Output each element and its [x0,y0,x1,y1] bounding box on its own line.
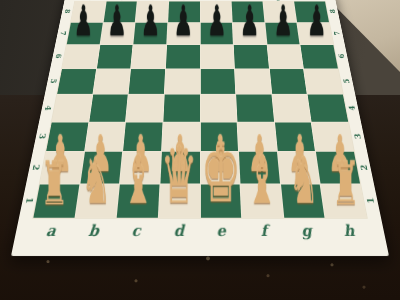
square-c1: ♝ [117,184,159,218]
square-d8: ♛ [168,1,200,21]
piece-white-pawn-d2: ♟ [168,130,192,178]
square-d7: ♟ [167,22,200,44]
rank-label-right-1: 1 [353,194,390,207]
rank-label-left-8: 8 [53,7,81,15]
rank-label-right-4: 4 [336,102,369,113]
rank-label-left-4: 4 [31,102,64,113]
file-label-d: d [157,224,200,239]
square-e4 [200,95,236,122]
square-b3 [85,122,125,151]
square-g1: ♞ [281,184,325,218]
square-e3 [200,122,238,151]
rank-label-left-1: 1 [10,194,47,207]
board-perspective-wrap: abcdefgh 87654321 ♜♞♝♛♚♝♞♜♟♟♟♟♟♟♟♟♟♟♟♟♟♟… [11,0,389,256]
board-grid: ♜♞♝♛♚♝♞♜♟♟♟♟♟♟♟♟♟♟♟♟♟♟♟♟♜♞♝♛♚♝♞♜ [32,1,368,219]
piece-black-knight-g8: ♞ [269,0,292,19]
square-f4 [236,95,274,122]
piece-black-knight-b8: ♞ [108,0,131,19]
square-d1: ♛ [159,184,200,218]
square-f3 [238,122,277,151]
piece-white-pawn-g2: ♟ [288,130,312,178]
square-e6 [200,45,234,68]
square-e5 [200,69,235,94]
square-d2: ♟ [160,152,199,183]
piece-black-bishop-c8: ♝ [140,0,164,19]
square-d6 [166,45,200,68]
square-f8: ♝ [232,1,265,21]
rank-label-right-8: 8 [319,7,347,15]
rank-label-left-6: 6 [43,52,73,61]
rank-label-right-7: 7 [323,29,352,38]
square-c5 [129,69,165,94]
square-c7: ♟ [134,22,168,44]
rank-label-left-3: 3 [25,131,59,142]
square-b7: ♟ [100,22,135,44]
square-c4 [126,95,164,122]
piece-white-pawn-f2: ♟ [248,130,272,178]
square-d5 [165,69,200,94]
square-e2: ♟ [200,152,239,183]
square-c6 [131,45,166,68]
file-label-b: b [71,224,115,239]
file-label-c: c [114,224,158,239]
rank-label-left-2: 2 [18,161,54,173]
rank-label-right-6: 6 [327,52,357,61]
square-f5 [235,69,271,94]
square-c8: ♝ [136,1,169,21]
rank-label-right-2: 2 [347,161,383,173]
rank-label-left-7: 7 [48,29,77,38]
rank-label-right-5: 5 [331,76,363,86]
square-g6 [267,45,303,68]
square-c3 [123,122,162,151]
file-label-f: f [242,224,286,239]
square-d3 [162,122,200,151]
piece-black-bishop-f8: ♝ [236,0,260,19]
chess-mat: abcdefgh 87654321 ♜♞♝♛♚♝♞♜♟♟♟♟♟♟♟♟♟♟♟♟♟♟… [11,0,389,256]
photo-scene: abcdefgh 87654321 ♜♞♝♛♚♝♞♜♟♟♟♟♟♟♟♟♟♟♟♟♟♟… [0,0,400,300]
square-f2: ♟ [239,152,280,183]
bottom-file-labels: abcdefgh [11,219,389,256]
piece-white-pawn-c2: ♟ [128,130,152,178]
file-label-a: a [28,224,73,239]
square-b6 [97,45,133,68]
rank-label-right-3: 3 [341,131,375,142]
square-f1: ♝ [241,184,283,218]
square-g4 [272,95,311,122]
square-d4 [163,95,199,122]
square-e7: ♟ [200,22,233,44]
piece-black-queen-d8: ♛ [170,0,198,19]
square-g3 [275,122,315,151]
square-f6 [234,45,269,68]
piece-black-king-e8: ♚ [201,0,232,19]
square-e1: ♚ [200,184,241,218]
file-label-e: e [200,224,243,239]
square-g5 [270,69,307,94]
file-label-h: h [327,224,372,239]
piece-white-pawn-e2: ♟ [208,130,232,178]
square-g2: ♟ [278,152,320,183]
square-b2: ♟ [80,152,122,183]
square-b4 [89,95,128,122]
file-label-g: g [284,224,328,239]
square-b1: ♞ [75,184,119,218]
square-b8: ♞ [103,1,137,21]
square-f7: ♟ [233,22,267,44]
square-g8: ♞ [263,1,297,21]
square-c2: ♟ [120,152,161,183]
piece-white-pawn-b2: ♟ [88,130,112,178]
square-b5 [93,69,130,94]
square-e8: ♚ [200,1,232,21]
square-g7: ♟ [265,22,300,44]
rank-label-left-5: 5 [37,76,69,86]
